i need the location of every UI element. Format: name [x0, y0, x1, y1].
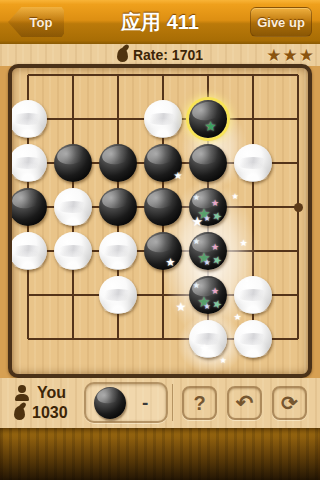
- intersection-1-1[interactable]: [8, 64, 51, 97]
- app-screen: Top 应用 411 Give up Rate: 1701 ★ ★ ★ ★★★★…: [0, 0, 320, 480]
- intersection-7-7[interactable]: [276, 317, 313, 361]
- intersection-1-4[interactable]: [8, 185, 51, 229]
- white-stone: [189, 320, 227, 358]
- black-stone-indicator: [94, 387, 126, 419]
- intersection-6-3[interactable]: [231, 141, 276, 185]
- white-stone: [234, 276, 272, 314]
- intersection-7-6[interactable]: [276, 273, 313, 317]
- intersection-5-6[interactable]: ★★★★★: [186, 273, 231, 317]
- intersection-3-7[interactable]: [96, 317, 141, 361]
- intersection-7-5[interactable]: [276, 229, 313, 273]
- intersection-2-2[interactable]: [51, 97, 96, 141]
- go-board-grid: ★★★★★★★★★★★★★★★★★★★★★★★★★★: [8, 64, 312, 361]
- intersection-6-4[interactable]: [231, 185, 276, 229]
- intersection-6-5[interactable]: [231, 229, 276, 273]
- intersection-2-3[interactable]: [51, 141, 96, 185]
- intersection-1-2[interactable]: [8, 97, 51, 141]
- white-stone: [54, 232, 92, 270]
- black-stone: [9, 188, 47, 226]
- restart-button[interactable]: ⟳: [272, 386, 307, 420]
- intersection-5-2[interactable]: ★: [186, 97, 231, 141]
- nav-bar: Top 应用 411 Give up: [0, 0, 320, 44]
- intersection-3-6[interactable]: [96, 273, 141, 317]
- difficulty-stars: ★ ★ ★: [266, 45, 314, 66]
- black-stone: ★★★★★: [189, 232, 227, 270]
- question-mark-icon: ?: [193, 392, 205, 415]
- sparkle-star-icon: ★: [203, 303, 210, 311]
- intersection-6-7[interactable]: [231, 317, 276, 361]
- hint-button[interactable]: ?: [182, 386, 217, 420]
- white-stone: [234, 144, 272, 182]
- sparkle-star-icon: ★: [203, 215, 210, 223]
- intersection-1-5[interactable]: [8, 229, 51, 273]
- intersection-7-4[interactable]: [276, 185, 313, 229]
- black-stone: [144, 188, 182, 226]
- refresh-icon: ⟳: [281, 391, 298, 415]
- intersection-1-7[interactable]: [8, 317, 51, 361]
- intersection-4-4[interactable]: [141, 185, 186, 229]
- intersection-3-4[interactable]: [96, 185, 141, 229]
- white-stone: [54, 188, 92, 226]
- sparkle-star-icon: ★: [193, 238, 200, 246]
- intersection-4-1[interactable]: [141, 64, 186, 97]
- intersection-5-4[interactable]: ★★★★★: [186, 185, 231, 229]
- flame-icon: [14, 406, 25, 420]
- sparkle-star-icon: ★: [193, 194, 200, 202]
- white-stone: [99, 276, 137, 314]
- sparkle-star-icon: ★: [211, 199, 219, 208]
- control-bar: You 1030 - ? ↶ ⟳: [0, 378, 320, 428]
- player-panel: You 1030: [14, 383, 68, 423]
- star-icon: ★: [283, 45, 298, 66]
- white-stone: [144, 100, 182, 138]
- sparkle-star-icon: ★: [210, 254, 223, 268]
- player-score: 1030: [32, 404, 68, 422]
- intersection-4-6[interactable]: [141, 273, 186, 317]
- intersection-7-1[interactable]: [276, 64, 313, 97]
- intersection-6-2[interactable]: [231, 97, 276, 141]
- intersection-3-5[interactable]: [96, 229, 141, 273]
- intersection-7-2[interactable]: [276, 97, 313, 141]
- intersection-7-3[interactable]: [276, 141, 313, 185]
- star-icon: ★: [266, 45, 281, 66]
- black-stone: ★★★★★: [189, 276, 227, 314]
- black-stone: [144, 144, 182, 182]
- bottom-dark-area: [0, 428, 320, 480]
- black-stone: [54, 144, 92, 182]
- black-stone: [144, 232, 182, 270]
- sparkle-star-icon: ★: [203, 259, 210, 267]
- intersection-3-2[interactable]: [96, 97, 141, 141]
- rate-strip: Rate: 1701 ★ ★ ★: [0, 44, 320, 66]
- white-stone: [234, 320, 272, 358]
- intersection-3-3[interactable]: [96, 141, 141, 185]
- sparkle-star-icon: ★: [211, 243, 219, 252]
- black-stone: ★★★★★: [189, 188, 227, 226]
- black-stone: [99, 144, 137, 182]
- sparkle-star-icon: ★: [210, 298, 223, 312]
- white-stone: [99, 232, 137, 270]
- intersection-1-6[interactable]: [8, 273, 51, 317]
- intersection-4-5[interactable]: [141, 229, 186, 273]
- intersection-6-1[interactable]: [231, 64, 276, 97]
- sparkle-star-icon: ★: [210, 210, 223, 224]
- black-stone: [189, 144, 227, 182]
- capture-count: -: [142, 392, 148, 414]
- sparkle-star-icon: ★: [204, 119, 217, 133]
- intersection-5-3[interactable]: [186, 141, 231, 185]
- intersection-2-1[interactable]: [51, 64, 96, 97]
- intersection-1-3[interactable]: [8, 141, 51, 185]
- intersection-5-1[interactable]: [186, 64, 231, 97]
- white-stone: [9, 232, 47, 270]
- intersection-2-6[interactable]: [51, 273, 96, 317]
- sparkle-star-icon: ★: [193, 282, 200, 290]
- player-name: You: [37, 384, 66, 402]
- go-board: ★★★★★★★★★★★★★★★★★★★★★★★★★★: [8, 64, 312, 378]
- star-icon: ★: [299, 45, 314, 66]
- intersection-4-7[interactable]: [141, 317, 186, 361]
- intersection-4-2[interactable]: [141, 97, 186, 141]
- white-stone: [9, 144, 47, 182]
- captured-stone-tray: -: [84, 382, 168, 423]
- star-point: [294, 203, 303, 212]
- rate-label: Rate: 1701: [133, 47, 203, 63]
- give-up-label: Give up: [257, 15, 305, 30]
- black-stone: [99, 188, 137, 226]
- undo-arrow-icon: ↶: [236, 391, 254, 415]
- intersection-2-4[interactable]: [51, 185, 96, 229]
- intersection-6-6[interactable]: [231, 273, 276, 317]
- sparkle-star-icon: ★: [211, 287, 219, 296]
- person-icon: [14, 385, 30, 401]
- divider: [172, 384, 173, 421]
- intersection-3-1[interactable]: [96, 64, 141, 97]
- undo-button[interactable]: ↶: [227, 386, 262, 420]
- intersection-5-5[interactable]: ★★★★★: [186, 229, 231, 273]
- flame-icon: [117, 48, 128, 62]
- intersection-5-7[interactable]: [186, 317, 231, 361]
- intersection-4-3[interactable]: [141, 141, 186, 185]
- white-stone: [9, 100, 47, 138]
- black-stone: ★: [189, 100, 227, 138]
- give-up-button[interactable]: Give up: [250, 7, 312, 37]
- intersection-2-7[interactable]: [51, 317, 96, 361]
- intersection-2-5[interactable]: [51, 229, 96, 273]
